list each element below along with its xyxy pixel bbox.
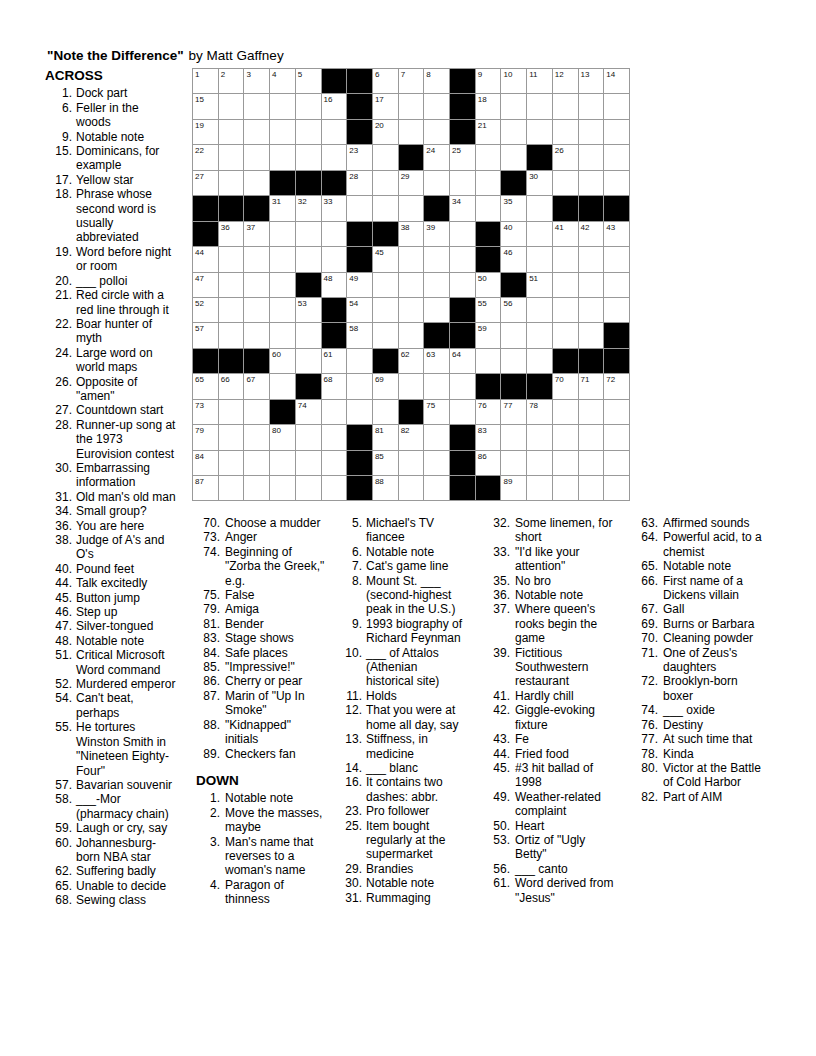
white-cell[interactable]: [579, 476, 605, 501]
white-cell[interactable]: 78: [527, 400, 553, 425]
white-cell[interactable]: [296, 94, 322, 119]
white-cell[interactable]: [322, 120, 348, 145]
white-cell[interactable]: [270, 273, 296, 298]
white-cell[interactable]: 13: [579, 69, 605, 94]
white-cell[interactable]: 64: [450, 349, 476, 374]
white-cell[interactable]: 84: [193, 451, 219, 476]
white-cell[interactable]: 67: [244, 374, 270, 399]
white-cell[interactable]: 61: [322, 349, 348, 374]
white-cell[interactable]: [296, 120, 322, 145]
white-cell[interactable]: [399, 298, 425, 323]
white-cell[interactable]: [219, 273, 245, 298]
white-cell[interactable]: [553, 94, 579, 119]
clue-text: "Impressive!": [225, 660, 325, 674]
white-cell[interactable]: 72: [604, 374, 630, 399]
white-cell[interactable]: [527, 425, 553, 450]
white-cell[interactable]: [579, 425, 605, 450]
white-cell[interactable]: [373, 323, 399, 348]
white-cell[interactable]: [244, 94, 270, 119]
white-cell[interactable]: [322, 145, 348, 170]
clue-number: 23.: [340, 804, 362, 818]
white-cell[interactable]: 70: [553, 374, 579, 399]
white-cell[interactable]: [604, 451, 630, 476]
white-cell[interactable]: [527, 323, 553, 348]
across-header: ACROSS: [45, 69, 176, 83]
white-cell[interactable]: [476, 171, 502, 196]
white-cell[interactable]: 23: [347, 145, 373, 170]
white-cell[interactable]: [579, 298, 605, 323]
clue-number: 36.: [45, 519, 72, 533]
white-cell[interactable]: 45: [373, 247, 399, 272]
white-cell[interactable]: 38: [399, 222, 425, 247]
white-cell[interactable]: [424, 298, 450, 323]
clue-number: 49.: [484, 790, 510, 819]
white-cell[interactable]: [322, 451, 348, 476]
white-cell[interactable]: [501, 451, 527, 476]
white-cell[interactable]: [527, 349, 553, 374]
white-cell[interactable]: [604, 298, 630, 323]
white-cell[interactable]: [424, 451, 450, 476]
white-cell[interactable]: [322, 400, 348, 425]
clue: 45.Button jump: [45, 591, 176, 605]
clue-number: 59.: [45, 821, 72, 835]
white-cell[interactable]: [579, 323, 605, 348]
cell-number: 59: [478, 324, 487, 333]
white-cell[interactable]: [604, 94, 630, 119]
clue: 52.Murdered emperor: [45, 677, 176, 691]
white-cell[interactable]: [553, 400, 579, 425]
clue-number: 76.: [634, 718, 658, 732]
white-cell[interactable]: [219, 94, 245, 119]
clue: 13.Stiffness, in medicine: [340, 732, 468, 761]
white-cell[interactable]: [399, 273, 425, 298]
white-cell[interactable]: 85: [373, 451, 399, 476]
crossword-page: "Note the Difference"by Matt Gaffney 123…: [0, 0, 816, 1056]
black-cell: [347, 451, 373, 476]
clue-number: 45.: [45, 591, 72, 605]
white-cell[interactable]: 81: [373, 425, 399, 450]
white-cell[interactable]: [553, 171, 579, 196]
white-cell[interactable]: 79: [193, 425, 219, 450]
white-cell[interactable]: 3: [244, 69, 270, 94]
white-cell[interactable]: 42: [579, 222, 605, 247]
white-cell[interactable]: [219, 323, 245, 348]
white-cell[interactable]: [347, 196, 373, 221]
white-cell[interactable]: 74: [296, 400, 322, 425]
white-cell[interactable]: [347, 400, 373, 425]
white-cell[interactable]: [579, 247, 605, 272]
white-cell[interactable]: [399, 247, 425, 272]
white-cell[interactable]: 26: [553, 145, 579, 170]
white-cell[interactable]: [579, 171, 605, 196]
white-cell[interactable]: [399, 120, 425, 145]
white-cell[interactable]: 24: [424, 145, 450, 170]
white-cell[interactable]: 58: [347, 323, 373, 348]
clue-text: "Kidnapped" initials: [225, 718, 325, 747]
white-cell[interactable]: [244, 145, 270, 170]
white-cell[interactable]: 46: [501, 247, 527, 272]
clue-number: 88.: [196, 718, 220, 747]
white-cell[interactable]: 71: [579, 374, 605, 399]
black-cell: [373, 222, 399, 247]
clue-number: 8.: [340, 574, 362, 617]
white-cell[interactable]: 14: [604, 69, 630, 94]
white-cell[interactable]: 87: [193, 476, 219, 501]
white-cell[interactable]: [450, 171, 476, 196]
white-cell[interactable]: 32: [296, 196, 322, 221]
white-cell[interactable]: [399, 94, 425, 119]
cell-number: 17: [375, 95, 384, 104]
white-cell[interactable]: 86: [476, 451, 502, 476]
clue-number: 78.: [634, 747, 658, 761]
white-cell[interactable]: [604, 247, 630, 272]
white-cell[interactable]: 89: [501, 476, 527, 501]
white-cell[interactable]: [244, 425, 270, 450]
white-cell[interactable]: [296, 349, 322, 374]
white-cell[interactable]: [579, 400, 605, 425]
white-cell[interactable]: [424, 425, 450, 450]
white-cell[interactable]: [450, 374, 476, 399]
white-cell[interactable]: 75: [424, 400, 450, 425]
white-cell[interactable]: [244, 298, 270, 323]
white-cell[interactable]: 65: [193, 374, 219, 399]
white-cell[interactable]: 66: [219, 374, 245, 399]
white-cell[interactable]: [219, 120, 245, 145]
cell-number: 87: [195, 477, 204, 486]
white-cell[interactable]: 73: [193, 400, 219, 425]
white-cell[interactable]: 10: [501, 69, 527, 94]
white-cell[interactable]: [424, 247, 450, 272]
white-cell[interactable]: 54: [347, 298, 373, 323]
white-cell[interactable]: [373, 196, 399, 221]
white-cell[interactable]: [244, 120, 270, 145]
white-cell[interactable]: [270, 145, 296, 170]
white-cell[interactable]: [501, 323, 527, 348]
white-cell[interactable]: [373, 298, 399, 323]
white-cell[interactable]: [219, 145, 245, 170]
clue: 30.Embarrassing information: [45, 461, 176, 490]
clue-text: Marin of "Up In Smoke": [225, 689, 325, 718]
clue: 72.Brooklyn-born boxer: [634, 674, 769, 703]
white-cell[interactable]: [399, 323, 425, 348]
white-cell[interactable]: [579, 145, 605, 170]
white-cell[interactable]: [399, 451, 425, 476]
white-cell[interactable]: 31: [270, 196, 296, 221]
white-cell[interactable]: [322, 425, 348, 450]
white-cell[interactable]: 47: [193, 273, 219, 298]
clue-number: 40.: [45, 562, 72, 576]
white-cell[interactable]: [244, 247, 270, 272]
white-cell[interactable]: [322, 476, 348, 501]
white-cell[interactable]: [373, 145, 399, 170]
white-cell[interactable]: [553, 120, 579, 145]
white-cell[interactable]: 62: [399, 349, 425, 374]
white-cell[interactable]: [604, 273, 630, 298]
white-cell[interactable]: [579, 94, 605, 119]
white-cell[interactable]: [296, 476, 322, 501]
white-cell[interactable]: 68: [322, 374, 348, 399]
clue-text: No bro: [515, 574, 619, 588]
white-cell[interactable]: 48: [322, 273, 348, 298]
white-cell[interactable]: 52: [193, 298, 219, 323]
white-cell[interactable]: 21: [476, 120, 502, 145]
white-cell[interactable]: [604, 400, 630, 425]
black-cell: [347, 222, 373, 247]
white-cell[interactable]: [501, 145, 527, 170]
white-cell[interactable]: [270, 476, 296, 501]
white-cell[interactable]: 41: [553, 222, 579, 247]
white-cell[interactable]: [270, 94, 296, 119]
white-cell[interactable]: 18: [476, 94, 502, 119]
white-cell[interactable]: [501, 94, 527, 119]
white-cell[interactable]: 30: [527, 171, 553, 196]
clue: 74.___ oxide: [634, 703, 769, 717]
white-cell[interactable]: [244, 171, 270, 196]
cell-number: 23: [349, 146, 358, 155]
white-cell[interactable]: [219, 451, 245, 476]
clue-number: 51.: [45, 648, 72, 677]
white-cell[interactable]: [424, 374, 450, 399]
white-cell[interactable]: 36: [219, 222, 245, 247]
white-cell[interactable]: [579, 451, 605, 476]
white-cell[interactable]: [219, 425, 245, 450]
clue: 10.___ of Attalos (Athenian historical s…: [340, 646, 468, 689]
white-cell[interactable]: [424, 94, 450, 119]
white-cell[interactable]: 33: [322, 196, 348, 221]
clue: 58.___-Mor (pharmacy chain): [45, 792, 176, 821]
white-cell[interactable]: [450, 273, 476, 298]
black-cell: [347, 425, 373, 450]
cell-number: 24: [426, 146, 435, 155]
white-cell[interactable]: [322, 247, 348, 272]
white-cell[interactable]: [296, 451, 322, 476]
white-cell[interactable]: [527, 222, 553, 247]
black-cell: [604, 196, 630, 221]
white-cell[interactable]: 15: [193, 94, 219, 119]
white-cell[interactable]: 1: [193, 69, 219, 94]
white-cell[interactable]: 80: [270, 425, 296, 450]
white-cell[interactable]: 82: [399, 425, 425, 450]
white-cell[interactable]: [501, 120, 527, 145]
white-cell[interactable]: [219, 171, 245, 196]
clue: 48.Notable note: [45, 634, 176, 648]
white-cell[interactable]: [244, 323, 270, 348]
white-cell[interactable]: [219, 247, 245, 272]
crossword-grid: 1234567891011121314151617181920212223242…: [192, 68, 630, 501]
white-cell[interactable]: [296, 425, 322, 450]
white-cell[interactable]: 6: [373, 69, 399, 94]
clue: 70.Choose a mudder: [196, 516, 325, 530]
clue-text: Notable note: [225, 791, 325, 805]
white-cell[interactable]: [244, 273, 270, 298]
white-cell[interactable]: 55: [476, 298, 502, 323]
clue: 51.Critical Microsoft Word command: [45, 648, 176, 677]
white-cell[interactable]: 34: [450, 196, 476, 221]
white-cell[interactable]: [244, 451, 270, 476]
white-cell[interactable]: [347, 349, 373, 374]
white-cell[interactable]: [476, 196, 502, 221]
white-cell[interactable]: 35: [501, 196, 527, 221]
white-cell[interactable]: 20: [373, 120, 399, 145]
white-cell[interactable]: [424, 476, 450, 501]
white-cell[interactable]: 8: [424, 69, 450, 94]
white-cell[interactable]: [399, 196, 425, 221]
white-cell[interactable]: [553, 476, 579, 501]
white-cell[interactable]: 44: [193, 247, 219, 272]
white-cell[interactable]: [296, 323, 322, 348]
clue-text: Word derived from "Jesus": [515, 876, 619, 905]
white-cell[interactable]: 16: [322, 94, 348, 119]
white-cell[interactable]: 76: [476, 400, 502, 425]
clue: 9.1993 biography of Richard Feynman: [340, 617, 468, 646]
white-cell[interactable]: [553, 323, 579, 348]
white-cell[interactable]: [579, 273, 605, 298]
white-cell[interactable]: 11: [527, 69, 553, 94]
clue-number: 9.: [340, 617, 362, 646]
white-cell[interactable]: [399, 476, 425, 501]
black-cell: [527, 145, 553, 170]
white-cell[interactable]: [270, 222, 296, 247]
white-cell[interactable]: 22: [193, 145, 219, 170]
white-cell[interactable]: [424, 120, 450, 145]
black-cell: [347, 69, 373, 94]
white-cell[interactable]: 37: [244, 222, 270, 247]
white-cell[interactable]: [219, 400, 245, 425]
white-cell[interactable]: 77: [501, 400, 527, 425]
white-cell[interactable]: [527, 94, 553, 119]
white-cell[interactable]: [347, 374, 373, 399]
white-cell[interactable]: 2: [219, 69, 245, 94]
white-cell[interactable]: [270, 298, 296, 323]
clue-text: Runner-up song at the 1973 Eurovision co…: [76, 418, 176, 461]
white-cell[interactable]: 59: [476, 323, 502, 348]
white-cell[interactable]: [219, 476, 245, 501]
white-cell[interactable]: [604, 425, 630, 450]
white-cell[interactable]: 83: [476, 425, 502, 450]
white-cell[interactable]: [270, 451, 296, 476]
white-cell[interactable]: [399, 374, 425, 399]
white-cell[interactable]: [553, 298, 579, 323]
white-cell[interactable]: 25: [450, 145, 476, 170]
white-cell[interactable]: [450, 247, 476, 272]
white-cell[interactable]: 50: [476, 273, 502, 298]
white-cell[interactable]: 40: [501, 222, 527, 247]
white-cell[interactable]: [527, 476, 553, 501]
white-cell[interactable]: 60: [270, 349, 296, 374]
clue: 40.Pound feet: [45, 562, 176, 576]
white-cell[interactable]: [527, 451, 553, 476]
white-cell[interactable]: [270, 374, 296, 399]
white-cell[interactable]: [373, 273, 399, 298]
white-cell[interactable]: [373, 400, 399, 425]
white-cell[interactable]: 28: [347, 171, 373, 196]
clue-text: Rummaging: [366, 891, 468, 905]
white-cell[interactable]: [604, 476, 630, 501]
white-cell[interactable]: [424, 273, 450, 298]
black-cell: [450, 451, 476, 476]
white-cell[interactable]: 63: [424, 349, 450, 374]
white-cell[interactable]: [527, 196, 553, 221]
white-cell[interactable]: [579, 120, 605, 145]
white-cell[interactable]: [476, 145, 502, 170]
white-cell[interactable]: [553, 247, 579, 272]
white-cell[interactable]: [527, 120, 553, 145]
clue-text: Hardly chill: [515, 689, 619, 703]
clue: 1.Notable note: [196, 791, 325, 805]
white-cell[interactable]: 17: [373, 94, 399, 119]
clue-text: You are here: [76, 519, 176, 533]
white-cell[interactable]: [219, 298, 245, 323]
white-cell[interactable]: 43: [604, 222, 630, 247]
white-cell[interactable]: [322, 222, 348, 247]
white-cell[interactable]: [501, 425, 527, 450]
white-cell[interactable]: 88: [373, 476, 399, 501]
white-cell[interactable]: 12: [553, 69, 579, 94]
clue-text: Large word on world maps: [76, 346, 176, 375]
white-cell[interactable]: [527, 298, 553, 323]
white-cell[interactable]: 9: [476, 69, 502, 94]
white-cell[interactable]: [424, 171, 450, 196]
clue: 64.Powerful acid, to a chemist: [634, 530, 769, 559]
white-cell[interactable]: [244, 476, 270, 501]
white-cell[interactable]: 5: [296, 69, 322, 94]
white-cell[interactable]: [296, 222, 322, 247]
white-cell[interactable]: [450, 222, 476, 247]
white-cell[interactable]: 29: [399, 171, 425, 196]
white-cell[interactable]: 27: [193, 171, 219, 196]
clue-text: Button jump: [76, 591, 176, 605]
cell-number: 68: [324, 375, 333, 384]
white-cell[interactable]: [604, 120, 630, 145]
black-cell: [270, 171, 296, 196]
white-cell[interactable]: [450, 400, 476, 425]
cell-number: 49: [349, 274, 358, 283]
white-cell[interactable]: [296, 145, 322, 170]
white-cell[interactable]: [296, 247, 322, 272]
white-cell[interactable]: 4: [270, 69, 296, 94]
cell-number: 53: [298, 299, 307, 308]
white-cell[interactable]: [527, 247, 553, 272]
white-cell[interactable]: [270, 323, 296, 348]
clue-number: 46.: [45, 605, 72, 619]
white-cell[interactable]: 57: [193, 323, 219, 348]
white-cell[interactable]: 69: [373, 374, 399, 399]
white-cell[interactable]: 39: [424, 222, 450, 247]
white-cell[interactable]: [244, 400, 270, 425]
white-cell[interactable]: 51: [527, 273, 553, 298]
white-cell[interactable]: [553, 425, 579, 450]
white-cell[interactable]: [476, 349, 502, 374]
white-cell[interactable]: [270, 120, 296, 145]
down-clue-list: 32.Some linemen, for short33."I'd like y…: [484, 516, 619, 905]
white-cell[interactable]: 53: [296, 298, 322, 323]
white-cell[interactable]: 56: [501, 298, 527, 323]
white-cell[interactable]: 7: [399, 69, 425, 94]
white-cell[interactable]: [553, 273, 579, 298]
white-cell[interactable]: [501, 349, 527, 374]
white-cell[interactable]: 49: [347, 273, 373, 298]
white-cell[interactable]: [604, 171, 630, 196]
white-cell[interactable]: [604, 145, 630, 170]
white-cell[interactable]: [270, 247, 296, 272]
clue: 46.Step up: [45, 605, 176, 619]
white-cell[interactable]: 19: [193, 120, 219, 145]
black-cell: [450, 323, 476, 348]
cell-number: 65: [195, 375, 204, 384]
white-cell[interactable]: [553, 451, 579, 476]
clue: 57.Bavarian souvenir: [45, 778, 176, 792]
white-cell[interactable]: [373, 171, 399, 196]
